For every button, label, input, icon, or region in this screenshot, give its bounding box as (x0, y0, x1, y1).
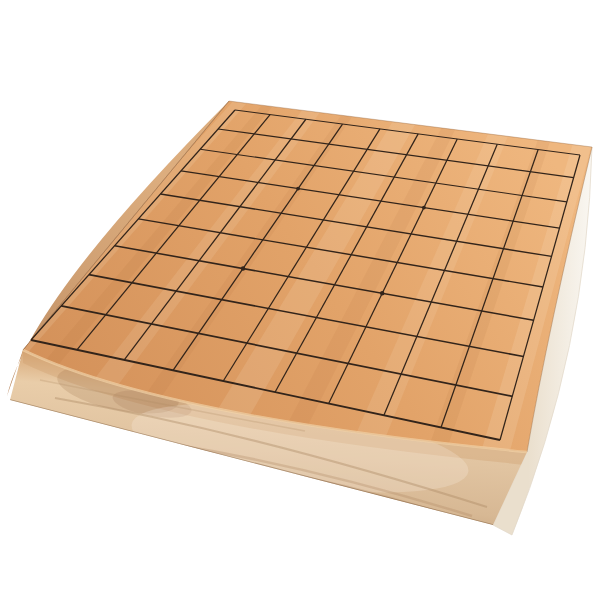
board-photo (0, 0, 600, 600)
product-photo-canvas (0, 0, 600, 600)
